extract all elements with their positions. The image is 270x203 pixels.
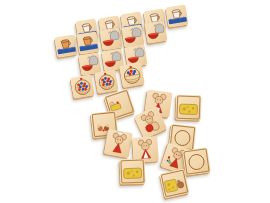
tile-cup-orange[interactable]: [77, 31, 100, 54]
cup-white-icon: [166, 5, 189, 28]
tile-cup-orange[interactable]: [55, 35, 78, 58]
mouse-cook-icon: [104, 129, 133, 158]
cheese-mouse-frame-icon: [159, 168, 189, 198]
tile-jug-red-bowl[interactable]: [100, 28, 123, 51]
tile-flower-basket-light[interactable]: [119, 62, 144, 87]
jug-red-bowl-icon: [145, 21, 168, 44]
tile-flower-basket[interactable]: [70, 74, 94, 98]
tile-jug-red-bowl[interactable]: [122, 24, 145, 47]
tile-plate-frame[interactable]: [182, 147, 210, 175]
tile-flower-basket[interactable]: [94, 69, 118, 93]
jug-red-bowl-icon: [100, 28, 123, 51]
plate-frame-icon: [182, 147, 210, 175]
tile-jug-red-bowl[interactable]: [145, 21, 168, 44]
cheese-frame-icon: [175, 94, 201, 120]
jug-red-bowl-icon: [122, 24, 145, 47]
flower-basket-light-icon: [119, 62, 144, 87]
flower-basket-icon: [70, 74, 94, 98]
tile-cheese-frame[interactable]: [175, 94, 201, 120]
cup-orange-icon: [77, 31, 100, 54]
flower-basket-icon: [94, 69, 118, 93]
product-photo-scene: [0, 0, 270, 203]
tile-cup-white[interactable]: [166, 5, 189, 28]
cheese-frame-icon: [119, 158, 145, 184]
tile-cheese-frame[interactable]: [119, 158, 145, 184]
tile-mouse-cook[interactable]: [104, 129, 133, 158]
cup-orange-icon: [55, 35, 78, 58]
tile-cheese-mouse-frame[interactable]: [159, 168, 189, 198]
